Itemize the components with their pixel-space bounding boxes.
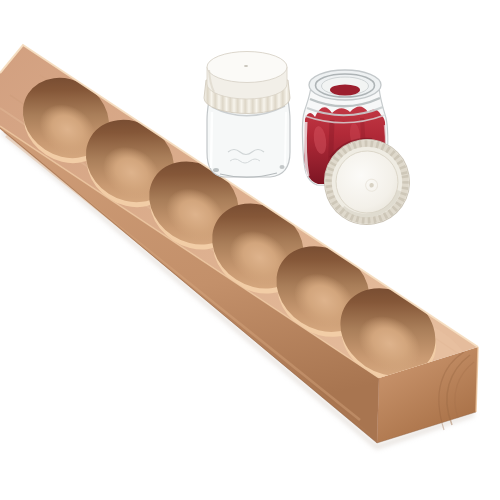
scene-canvas bbox=[0, 0, 500, 500]
product-photo bbox=[0, 0, 500, 500]
jar-screw-cap bbox=[204, 52, 290, 114]
cap-top bbox=[207, 52, 287, 83]
glass-speck bbox=[213, 168, 219, 172]
glass-highlight bbox=[285, 112, 286, 166]
glass-speck bbox=[280, 165, 285, 169]
cap-top-speck bbox=[244, 65, 248, 67]
paint-in-mouth bbox=[330, 85, 360, 96]
empty-glass-jar-with-cap bbox=[204, 52, 290, 178]
glass-highlight bbox=[211, 112, 212, 168]
